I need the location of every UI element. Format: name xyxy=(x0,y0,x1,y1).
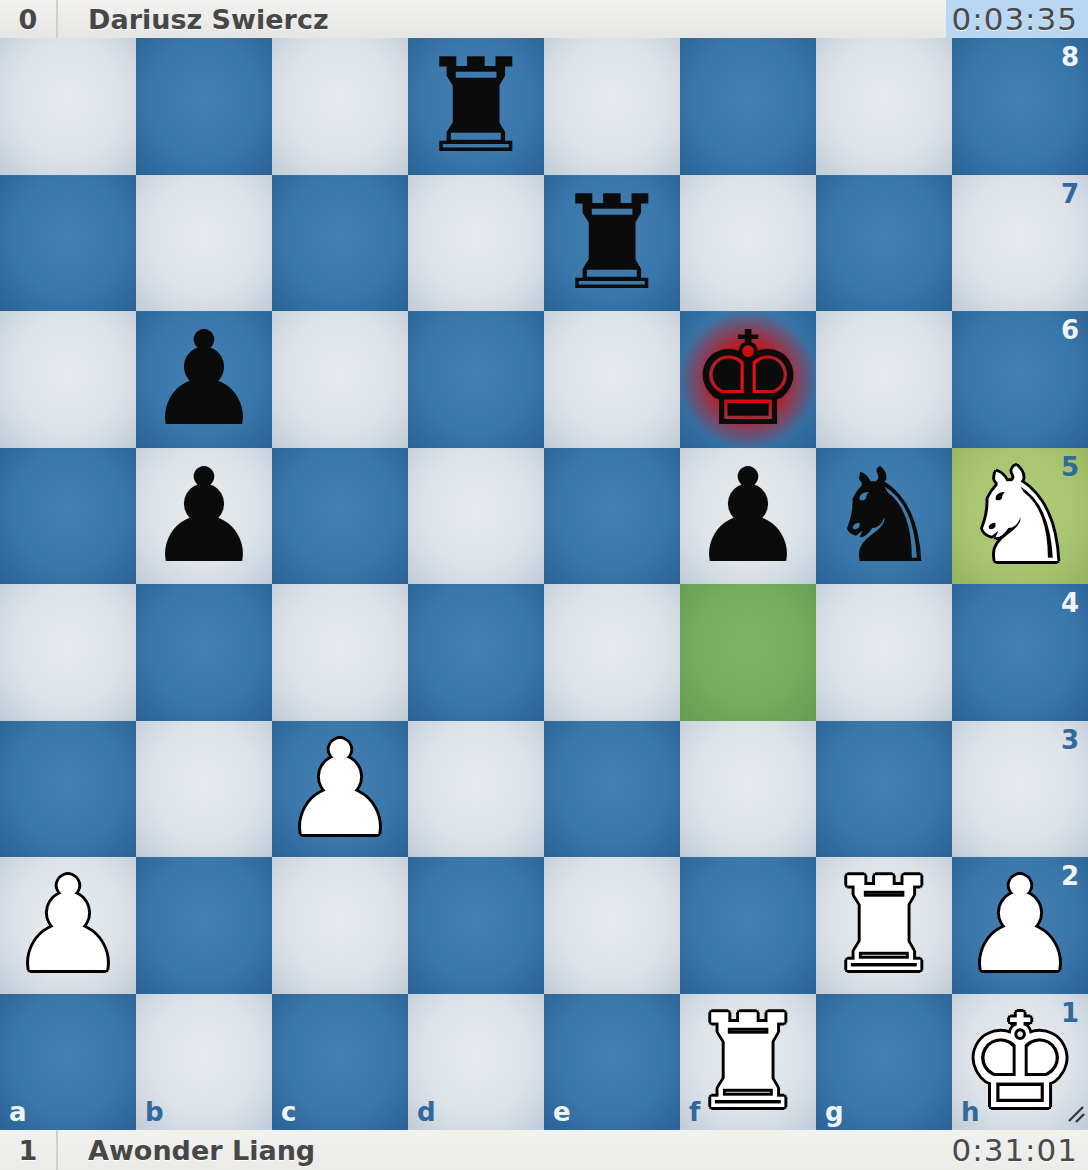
square-a8[interactable] xyxy=(0,38,136,175)
rank-label-5: 5 xyxy=(1061,454,1079,480)
square-g5[interactable]: ♞ xyxy=(816,448,952,585)
square-f2[interactable] xyxy=(680,857,816,994)
file-label-g: g xyxy=(825,1099,844,1125)
rank-label-3: 3 xyxy=(1061,727,1079,753)
square-b3[interactable] xyxy=(136,721,272,858)
square-d5[interactable] xyxy=(408,448,544,585)
square-a1[interactable]: a xyxy=(0,994,136,1131)
square-c2[interactable] xyxy=(272,857,408,994)
rank-label-7: 7 xyxy=(1061,181,1079,207)
square-h1[interactable]: ♚1h xyxy=(952,994,1088,1131)
square-c8[interactable] xyxy=(272,38,408,175)
square-f6[interactable]: ♚ xyxy=(680,311,816,448)
square-g7[interactable] xyxy=(816,175,952,312)
square-f5[interactable]: ♟ xyxy=(680,448,816,585)
rank-label-4: 4 xyxy=(1061,590,1079,616)
resize-handle-icon[interactable] xyxy=(1063,1101,1085,1127)
square-d2[interactable] xyxy=(408,857,544,994)
piece-white-pawn[interactable]: ♟ xyxy=(0,857,136,994)
square-g3[interactable] xyxy=(816,721,952,858)
separator xyxy=(56,1130,58,1170)
square-e1[interactable]: e xyxy=(544,994,680,1131)
square-a3[interactable] xyxy=(0,721,136,858)
piece-black-pawn[interactable]: ♟ xyxy=(136,311,272,448)
piece-black-pawn[interactable]: ♟ xyxy=(680,448,816,585)
square-f4[interactable] xyxy=(680,584,816,721)
square-h2[interactable]: ♟2 xyxy=(952,857,1088,994)
square-a6[interactable] xyxy=(0,311,136,448)
bottom-player-name: Awonder Liang xyxy=(88,1135,946,1166)
square-c3[interactable]: ♟ xyxy=(272,721,408,858)
bottom-player-clock: 0:31:01 xyxy=(946,1130,1088,1170)
square-a4[interactable] xyxy=(0,584,136,721)
square-g2[interactable]: ♜ xyxy=(816,857,952,994)
square-e7[interactable]: ♜ xyxy=(544,175,680,312)
file-label-h: h xyxy=(961,1099,980,1125)
square-d1[interactable]: d xyxy=(408,994,544,1131)
square-h6[interactable]: 6 xyxy=(952,311,1088,448)
square-f3[interactable] xyxy=(680,721,816,858)
square-b8[interactable] xyxy=(136,38,272,175)
rank-label-6: 6 xyxy=(1061,317,1079,343)
square-h5[interactable]: ♞5 xyxy=(952,448,1088,585)
square-a5[interactable] xyxy=(0,448,136,585)
top-player-bar: 0 Dariusz Swiercz 0:03:35 xyxy=(0,0,1088,38)
square-a7[interactable] xyxy=(0,175,136,312)
piece-white-rook[interactable]: ♜ xyxy=(816,857,952,994)
piece-white-knight[interactable]: ♞ xyxy=(952,448,1088,585)
piece-black-rook[interactable]: ♜ xyxy=(408,38,544,175)
rank-label-1: 1 xyxy=(1061,1000,1079,1026)
piece-black-king[interactable]: ♚ xyxy=(680,311,816,448)
file-label-c: c xyxy=(281,1099,296,1125)
square-d6[interactable] xyxy=(408,311,544,448)
square-d4[interactable] xyxy=(408,584,544,721)
piece-white-rook[interactable]: ♜ xyxy=(680,994,816,1131)
file-label-e: e xyxy=(553,1099,571,1125)
piece-black-rook[interactable]: ♜ xyxy=(544,175,680,312)
square-e4[interactable] xyxy=(544,584,680,721)
square-e8[interactable] xyxy=(544,38,680,175)
file-label-d: d xyxy=(417,1099,436,1125)
bottom-player-score: 1 xyxy=(0,1135,56,1166)
square-c7[interactable] xyxy=(272,175,408,312)
square-e5[interactable] xyxy=(544,448,680,585)
square-b6[interactable]: ♟ xyxy=(136,311,272,448)
chess-board[interactable]: ♜8♜7♟♚6♟♟♞♞54♟3♟♜♟2abcde♜fg♚1h xyxy=(0,38,1088,1130)
top-player-name: Dariusz Swiercz xyxy=(88,4,946,35)
piece-black-pawn[interactable]: ♟ xyxy=(136,448,272,585)
square-c6[interactable] xyxy=(272,311,408,448)
square-b2[interactable] xyxy=(136,857,272,994)
rank-label-2: 2 xyxy=(1061,863,1079,889)
top-player-score: 0 xyxy=(0,4,56,35)
square-f1[interactable]: ♜f xyxy=(680,994,816,1131)
square-c4[interactable] xyxy=(272,584,408,721)
square-d7[interactable] xyxy=(408,175,544,312)
square-b1[interactable]: b xyxy=(136,994,272,1131)
piece-white-pawn[interactable]: ♟ xyxy=(952,857,1088,994)
rank-label-8: 8 xyxy=(1061,44,1079,70)
file-label-a: a xyxy=(9,1099,27,1125)
file-label-b: b xyxy=(145,1099,164,1125)
square-g1[interactable]: g xyxy=(816,994,952,1131)
piece-black-knight[interactable]: ♞ xyxy=(816,448,952,585)
separator xyxy=(56,0,58,38)
file-label-f: f xyxy=(689,1099,700,1125)
square-h8[interactable]: 8 xyxy=(952,38,1088,175)
square-g8[interactable] xyxy=(816,38,952,175)
square-f8[interactable] xyxy=(680,38,816,175)
piece-white-pawn[interactable]: ♟ xyxy=(272,721,408,858)
square-h4[interactable]: 4 xyxy=(952,584,1088,721)
square-g4[interactable] xyxy=(816,584,952,721)
square-h3[interactable]: 3 xyxy=(952,721,1088,858)
square-a2[interactable]: ♟ xyxy=(0,857,136,994)
square-g6[interactable] xyxy=(816,311,952,448)
square-b5[interactable]: ♟ xyxy=(136,448,272,585)
square-e3[interactable] xyxy=(544,721,680,858)
square-h7[interactable]: 7 xyxy=(952,175,1088,312)
square-c5[interactable] xyxy=(272,448,408,585)
chess-app: 0 Dariusz Swiercz 0:03:35 ♜8♜7♟♚6♟♟♞♞54♟… xyxy=(0,0,1088,1170)
square-e6[interactable] xyxy=(544,311,680,448)
square-e2[interactable] xyxy=(544,857,680,994)
square-b7[interactable] xyxy=(136,175,272,312)
square-b4[interactable] xyxy=(136,584,272,721)
square-c1[interactable]: c xyxy=(272,994,408,1131)
square-d3[interactable] xyxy=(408,721,544,858)
square-d8[interactable]: ♜ xyxy=(408,38,544,175)
top-player-clock: 0:03:35 xyxy=(946,0,1088,38)
bottom-player-bar: 1 Awonder Liang 0:31:01 xyxy=(0,1130,1088,1170)
square-f7[interactable] xyxy=(680,175,816,312)
